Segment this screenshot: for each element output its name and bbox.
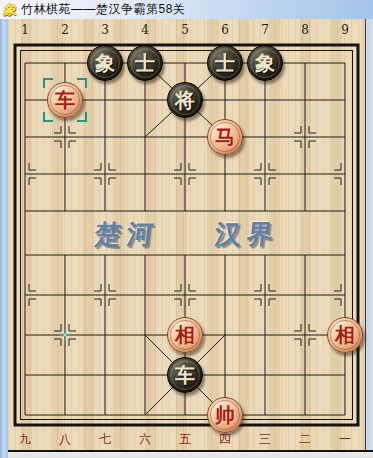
- piece-character: 帅: [215, 405, 235, 425]
- black-piece-象[interactable]: 象: [247, 45, 283, 81]
- file-label-bottom: 一: [334, 432, 356, 446]
- red-piece-相[interactable]: 相: [167, 317, 203, 353]
- piece-character: 象: [255, 53, 275, 73]
- piece-character: 相: [335, 325, 355, 345]
- window-border-right: [365, 19, 373, 458]
- black-piece-将[interactable]: 将: [167, 82, 203, 118]
- red-piece-相[interactable]: 相: [327, 317, 363, 353]
- file-label-bottom: 三: [254, 432, 276, 446]
- file-label-bottom: 八: [54, 432, 76, 446]
- title-bar[interactable]: 象 竹林棋苑——楚汉争霸第58关: [0, 0, 373, 19]
- piece-character: 马: [215, 127, 235, 147]
- window-border-bottom: [8, 450, 373, 458]
- pieces-layer: 象士士象将车马相相车帅: [5, 45, 365, 436]
- red-piece-帅[interactable]: 帅: [207, 397, 243, 433]
- file-label-bottom: 七: [94, 432, 116, 446]
- piece-character: 象: [95, 53, 115, 73]
- piece-character: 车: [175, 365, 195, 385]
- file-label-bottom: 二: [294, 432, 316, 446]
- app-icon: 象: [3, 3, 18, 16]
- piece-character: 士: [215, 53, 235, 73]
- black-piece-士[interactable]: 士: [127, 45, 163, 81]
- file-label-bottom: 九: [14, 432, 36, 446]
- red-piece-马[interactable]: 马: [207, 119, 243, 155]
- piece-character: 相: [175, 325, 195, 345]
- file-label-bottom: 五: [174, 432, 196, 446]
- piece-character: 将: [175, 90, 195, 110]
- red-piece-车[interactable]: 车: [47, 82, 83, 118]
- piece-character: 士: [135, 53, 155, 73]
- file-label-bottom: 四: [214, 432, 236, 446]
- black-piece-车[interactable]: 车: [167, 357, 203, 393]
- window-title: 竹林棋苑——楚汉争霸第58关: [21, 1, 185, 18]
- black-piece-士[interactable]: 士: [207, 45, 243, 81]
- app-window: 象 竹林棋苑——楚汉争霸第58关 1 2 3 4 5 6 7 8 9 楚河 汉界…: [0, 0, 373, 458]
- board-area: 1 2 3 4 5 6 7 8 9 楚河 汉界 象士士象将车马相相车帅 九 八 …: [8, 19, 365, 450]
- piece-character: 车: [55, 90, 75, 110]
- black-piece-象[interactable]: 象: [87, 45, 123, 81]
- file-label-bottom: 六: [134, 432, 156, 446]
